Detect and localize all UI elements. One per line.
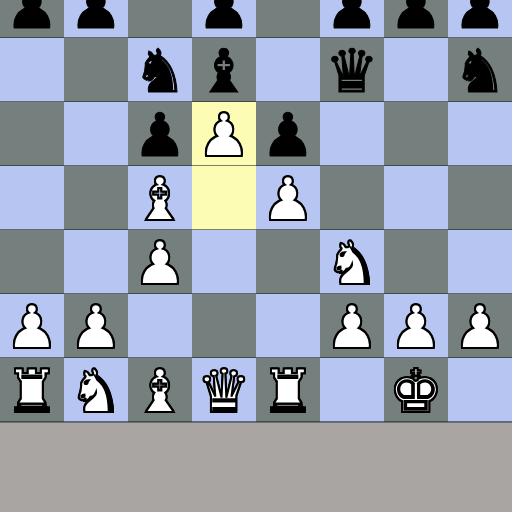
piece-black-knight[interactable]: ♞ — [133, 41, 187, 101]
piece-black-pawn[interactable]: ♟ — [325, 0, 379, 37]
square-e3[interactable] — [256, 230, 320, 294]
square-g6[interactable] — [384, 38, 448, 102]
square-h3[interactable] — [448, 230, 512, 294]
square-c3[interactable]: ♟ — [128, 230, 192, 294]
square-a5[interactable] — [0, 102, 64, 166]
piece-white-knight[interactable]: ♞ — [69, 361, 123, 421]
piece-white-pawn[interactable]: ♟ — [5, 297, 59, 357]
piece-black-pawn[interactable]: ♟ — [69, 0, 123, 37]
piece-black-queen[interactable]: ♛ — [325, 41, 379, 101]
square-g4[interactable] — [384, 166, 448, 230]
square-h4[interactable] — [448, 166, 512, 230]
square-c4[interactable]: ♝ — [128, 166, 192, 230]
piece-white-pawn[interactable]: ♟ — [453, 297, 507, 357]
chessboard-window: ♟♟♟♟♟♟♞♝♛♞♟♟♟♝♟♟♞♟♟♟♟♟♜♞♝♛♜♚ — [0, 0, 512, 512]
piece-black-pawn[interactable]: ♟ — [389, 0, 443, 37]
square-c5[interactable]: ♟ — [128, 102, 192, 166]
piece-white-pawn[interactable]: ♟ — [69, 297, 123, 357]
piece-black-pawn[interactable]: ♟ — [133, 105, 187, 165]
square-b7[interactable]: ♟ — [64, 0, 128, 38]
piece-white-bishop[interactable]: ♝ — [133, 361, 187, 421]
piece-black-bishop[interactable]: ♝ — [197, 41, 251, 101]
square-b5[interactable] — [64, 102, 128, 166]
piece-white-bishop[interactable]: ♝ — [133, 169, 187, 229]
square-g1[interactable]: ♚ — [384, 358, 448, 422]
piece-black-pawn[interactable]: ♟ — [197, 0, 251, 37]
square-a7[interactable]: ♟ — [0, 0, 64, 38]
square-d5[interactable]: ♟ — [192, 102, 256, 166]
square-g2[interactable]: ♟ — [384, 294, 448, 358]
square-e1[interactable]: ♜ — [256, 358, 320, 422]
piece-white-pawn[interactable]: ♟ — [197, 105, 251, 165]
square-b1[interactable]: ♞ — [64, 358, 128, 422]
piece-black-pawn[interactable]: ♟ — [453, 0, 507, 37]
square-b3[interactable] — [64, 230, 128, 294]
square-e7[interactable] — [256, 0, 320, 38]
square-c1[interactable]: ♝ — [128, 358, 192, 422]
piece-white-king[interactable]: ♚ — [389, 361, 443, 421]
piece-white-rook[interactable]: ♜ — [261, 361, 315, 421]
square-a4[interactable] — [0, 166, 64, 230]
square-f1[interactable] — [320, 358, 384, 422]
square-f5[interactable] — [320, 102, 384, 166]
square-d2[interactable] — [192, 294, 256, 358]
square-a1[interactable]: ♜ — [0, 358, 64, 422]
square-f4[interactable] — [320, 166, 384, 230]
piece-black-pawn[interactable]: ♟ — [261, 105, 315, 165]
square-a3[interactable] — [0, 230, 64, 294]
square-f6[interactable]: ♛ — [320, 38, 384, 102]
square-d1[interactable]: ♛ — [192, 358, 256, 422]
square-e5[interactable]: ♟ — [256, 102, 320, 166]
square-d4[interactable] — [192, 166, 256, 230]
square-g5[interactable] — [384, 102, 448, 166]
square-c6[interactable]: ♞ — [128, 38, 192, 102]
square-b2[interactable]: ♟ — [64, 294, 128, 358]
square-h1[interactable] — [448, 358, 512, 422]
piece-white-pawn[interactable]: ♟ — [261, 169, 315, 229]
piece-white-pawn[interactable]: ♟ — [325, 297, 379, 357]
piece-white-rook[interactable]: ♜ — [5, 361, 59, 421]
square-d3[interactable] — [192, 230, 256, 294]
piece-white-pawn[interactable]: ♟ — [133, 233, 187, 293]
square-e4[interactable]: ♟ — [256, 166, 320, 230]
piece-black-knight[interactable]: ♞ — [453, 41, 507, 101]
square-e6[interactable] — [256, 38, 320, 102]
square-g3[interactable] — [384, 230, 448, 294]
square-h6[interactable]: ♞ — [448, 38, 512, 102]
bottom-panel — [0, 422, 512, 512]
square-h5[interactable] — [448, 102, 512, 166]
piece-white-pawn[interactable]: ♟ — [389, 297, 443, 357]
piece-black-pawn[interactable]: ♟ — [5, 0, 59, 37]
square-e2[interactable] — [256, 294, 320, 358]
square-b6[interactable] — [64, 38, 128, 102]
square-c2[interactable] — [128, 294, 192, 358]
square-h7[interactable]: ♟ — [448, 0, 512, 38]
square-c7[interactable] — [128, 0, 192, 38]
square-h2[interactable]: ♟ — [448, 294, 512, 358]
square-f7[interactable]: ♟ — [320, 0, 384, 38]
square-f3[interactable]: ♞ — [320, 230, 384, 294]
square-a2[interactable]: ♟ — [0, 294, 64, 358]
square-d6[interactable]: ♝ — [192, 38, 256, 102]
square-d7[interactable]: ♟ — [192, 0, 256, 38]
square-b4[interactable] — [64, 166, 128, 230]
square-f2[interactable]: ♟ — [320, 294, 384, 358]
piece-white-queen[interactable]: ♛ — [197, 361, 251, 421]
piece-white-knight[interactable]: ♞ — [325, 233, 379, 293]
chess-board: ♟♟♟♟♟♟♞♝♛♞♟♟♟♝♟♟♞♟♟♟♟♟♜♞♝♛♜♚ — [0, 0, 512, 422]
square-g7[interactable]: ♟ — [384, 0, 448, 38]
square-a6[interactable] — [0, 38, 64, 102]
